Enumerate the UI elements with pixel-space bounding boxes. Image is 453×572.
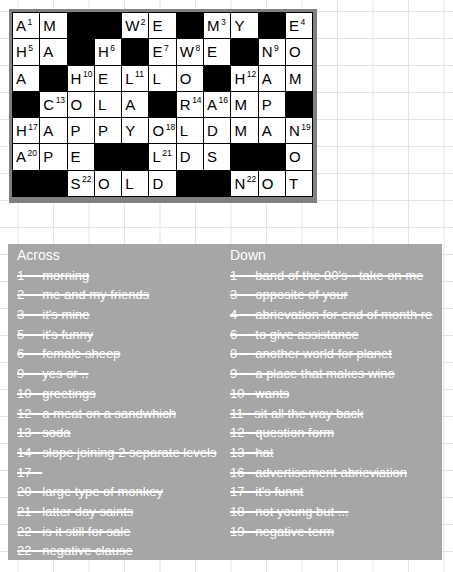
- cell-r6c3[interactable]: E: [68, 144, 94, 169]
- cell-letter: P: [262, 96, 272, 113]
- cell-r2c8[interactable]: E: [204, 39, 230, 64]
- cell-r1c1[interactable]: A1: [13, 13, 39, 38]
- across-clue: 10 greetings: [17, 384, 229, 404]
- across-heading: Across: [17, 246, 229, 266]
- cell-letter: D: [180, 148, 191, 165]
- down-clue: 17 it's funnt: [230, 482, 442, 502]
- cell-number: 3: [221, 17, 226, 27]
- cell-r5c7[interactable]: L: [177, 118, 203, 143]
- cell-number: 14: [192, 95, 201, 105]
- cell-r6c9: [231, 144, 257, 169]
- cell-r4c7[interactable]: R14: [177, 92, 203, 117]
- cell-r5c2[interactable]: A: [40, 118, 66, 143]
- cell-letter: M: [207, 17, 220, 34]
- cell-r4c4[interactable]: L: [95, 92, 121, 117]
- cell-r3c9[interactable]: H12: [231, 66, 257, 91]
- cell-letter: D: [207, 122, 218, 139]
- across-clue: 5 it's funny: [17, 325, 229, 345]
- cell-letter: N: [262, 43, 273, 60]
- cell-number: 21: [162, 148, 171, 158]
- down-clue: 8 another world for planet: [230, 344, 442, 364]
- cell-r6c7[interactable]: D: [177, 144, 203, 169]
- cell-r2c4[interactable]: H6: [95, 39, 121, 64]
- cell-letter: S: [207, 148, 217, 165]
- across-clue: 22 is it still for sale: [17, 522, 229, 542]
- cell-r2c1[interactable]: H5: [13, 39, 39, 64]
- cell-number: 12: [247, 69, 256, 79]
- cell-r5c5[interactable]: Y: [122, 118, 148, 143]
- cell-r7c11[interactable]: T: [286, 171, 312, 196]
- across-clue: 20 large type of monkey: [17, 482, 229, 502]
- across-clue: 13 soda: [17, 423, 229, 443]
- cell-number: 10: [83, 69, 92, 79]
- cell-r6c1[interactable]: A20: [13, 144, 39, 169]
- cell-r1c3: [68, 13, 94, 38]
- cell-letter: A: [43, 122, 53, 139]
- cell-r2c3: [68, 39, 94, 64]
- across-clues-column: Across 1 morning2 me and my friends3 it'…: [17, 246, 229, 560]
- cell-letter: A: [16, 148, 26, 165]
- cell-letter: O: [262, 175, 274, 192]
- cell-r6c8[interactable]: S: [204, 144, 230, 169]
- cell-r2c10[interactable]: N9: [259, 39, 285, 64]
- cell-r4c2[interactable]: C13: [40, 92, 66, 117]
- cell-letter: A: [43, 43, 53, 60]
- cell-r3c2: [40, 66, 66, 91]
- cell-r2c11[interactable]: O: [286, 39, 312, 64]
- cell-letter: O: [289, 148, 301, 165]
- cell-letter: P: [98, 122, 108, 139]
- cell-letter: E: [207, 43, 217, 60]
- cell-r7c3[interactable]: S22: [68, 171, 94, 196]
- cell-number: 1: [28, 17, 33, 27]
- cell-r5c10[interactable]: A: [259, 118, 285, 143]
- cell-r1c9[interactable]: Y: [231, 13, 257, 38]
- across-clue: 14 slope joining 2 separate levels: [17, 443, 229, 463]
- cell-letter: E: [152, 17, 162, 34]
- cell-r1c8[interactable]: M3: [204, 13, 230, 38]
- cell-r3c7[interactable]: O: [177, 66, 203, 91]
- down-clue: 3 opposite of your: [230, 285, 442, 305]
- cell-r3c4[interactable]: E: [95, 66, 121, 91]
- down-clue: 6 to give assistance: [230, 325, 442, 345]
- cell-letter: M: [234, 96, 247, 113]
- cell-letter: O: [71, 96, 83, 113]
- cell-letter: P: [71, 122, 81, 139]
- cell-letter: D: [152, 175, 163, 192]
- cell-letter: L: [180, 122, 188, 139]
- cell-letter: H: [16, 43, 27, 60]
- cell-letter: T: [289, 175, 298, 192]
- cell-letter: E: [98, 70, 108, 87]
- down-clue: 1 band of the 80's - take on me: [230, 266, 442, 286]
- cell-letter: N: [234, 175, 245, 192]
- cell-letter: S: [71, 175, 81, 192]
- cell-r7c2: [40, 171, 66, 196]
- cell-number: 2: [141, 17, 146, 27]
- down-clue: 13 hat: [230, 443, 442, 463]
- cell-r4c10[interactable]: P: [259, 92, 285, 117]
- cell-number: 22: [82, 174, 91, 184]
- down-clue: 10 wants: [230, 384, 442, 404]
- cell-r5c9[interactable]: M: [231, 118, 257, 143]
- cell-r1c7: [177, 13, 203, 38]
- cell-letter: H: [234, 70, 245, 87]
- cell-number: 13: [56, 95, 65, 105]
- cell-letter: A: [16, 70, 26, 87]
- cell-r4c9[interactable]: M: [231, 92, 257, 117]
- cell-r1c11[interactable]: E4: [286, 13, 312, 38]
- cell-letter: W: [180, 43, 194, 60]
- across-clue-list: 1 morning2 me and my friends3 it's mine5…: [17, 266, 229, 560]
- cell-letter: R: [180, 96, 191, 113]
- cell-r1c6[interactable]: E: [149, 13, 175, 38]
- down-clue-list: 1 band of the 80's - take on me3 opposit…: [230, 266, 442, 542]
- cell-r3c3[interactable]: H10: [68, 66, 94, 91]
- cell-r7c5[interactable]: L: [122, 171, 148, 196]
- cell-r1c2[interactable]: M: [40, 13, 66, 38]
- cell-number: 19: [301, 122, 310, 132]
- cell-letter: O: [152, 122, 164, 139]
- cell-letter: H: [98, 43, 109, 60]
- cell-r3c5[interactable]: L11: [122, 66, 148, 91]
- cell-letter: L: [125, 70, 133, 87]
- cell-letter: A: [125, 96, 135, 113]
- cell-r7c1: [13, 171, 39, 196]
- cell-r2c5: [122, 39, 148, 64]
- across-clue: 2 me and my friends: [17, 285, 229, 305]
- down-clues-column: Down 1 band of the 80's - take on me3 op…: [230, 246, 442, 541]
- cell-r6c6[interactable]: L21: [149, 144, 175, 169]
- down-clue: 12 question form: [230, 423, 442, 443]
- cell-number: 18: [166, 122, 175, 132]
- cell-number: 17: [28, 122, 37, 132]
- cell-r4c11: [286, 92, 312, 117]
- worksheet-background: A1MW2EM3YE4H5AH6E7W8EN9OAH10EL11LOH12AMC…: [0, 0, 453, 572]
- cell-r7c10[interactable]: O: [259, 171, 285, 196]
- across-clue: 22 negative clause: [17, 541, 229, 560]
- across-clue: 9 yes or ..: [17, 364, 229, 384]
- cell-number: 8: [195, 43, 200, 53]
- down-clue: 9 a place that makes wine: [230, 364, 442, 384]
- across-clue: 21 latter day saints: [17, 502, 229, 522]
- cell-letter: H: [71, 70, 82, 87]
- cell-letter: E: [289, 17, 299, 34]
- down-clue: 16 advertisement abrieviation: [230, 463, 442, 483]
- cell-r5c1[interactable]: H17: [13, 118, 39, 143]
- cell-number: 16: [219, 95, 228, 105]
- cell-r2c6[interactable]: E7: [149, 39, 175, 64]
- cell-r6c4: [95, 144, 121, 169]
- cell-r2c7[interactable]: W8: [177, 39, 203, 64]
- cell-letter: A: [207, 96, 217, 113]
- crossword-board-frame: A1MW2EM3YE4H5AH6E7W8EN9OAH10EL11LOH12AMC…: [9, 9, 317, 203]
- cell-letter: A: [262, 122, 272, 139]
- cell-r7c9[interactable]: N22: [231, 171, 257, 196]
- down-clue: 18 not young but ...: [230, 502, 442, 522]
- cell-r4c3[interactable]: O: [68, 92, 94, 117]
- cell-letter: Y: [125, 122, 135, 139]
- cell-letter: N: [289, 122, 300, 139]
- cell-r3c8: [204, 66, 230, 91]
- cell-r1c10: [259, 13, 285, 38]
- down-clue: 4 abrievation for end of month re: [230, 305, 442, 325]
- cell-r7c7: [177, 171, 203, 196]
- cell-number: 7: [164, 43, 169, 53]
- cell-number: 20: [28, 148, 37, 158]
- cell-letter: M: [234, 122, 247, 139]
- cell-r4c8[interactable]: A16: [204, 92, 230, 117]
- cell-r4c1: [13, 92, 39, 117]
- cell-r4c6: [149, 92, 175, 117]
- cell-r6c11[interactable]: O: [286, 144, 312, 169]
- cell-r3c6[interactable]: L: [149, 66, 175, 91]
- down-clue: 19 negative term: [230, 522, 442, 542]
- cell-letter: E: [71, 148, 81, 165]
- cell-r7c6[interactable]: D: [149, 171, 175, 196]
- cell-letter: L: [152, 148, 160, 165]
- cell-letter: E: [152, 43, 162, 60]
- cell-r7c4[interactable]: O: [95, 171, 121, 196]
- across-clue: 1 morning: [17, 266, 229, 286]
- cell-r5c6[interactable]: O18: [149, 118, 175, 143]
- cell-r6c5: [122, 144, 148, 169]
- cell-r6c2[interactable]: P: [40, 144, 66, 169]
- cell-letter: O: [98, 175, 110, 192]
- cell-number: 22: [247, 174, 256, 184]
- cell-r2c2[interactable]: A: [40, 39, 66, 64]
- cell-letter: O: [180, 70, 192, 87]
- cell-number: 4: [300, 17, 305, 27]
- cell-letter: H: [16, 122, 27, 139]
- cell-letter: M: [43, 17, 56, 34]
- crossword-grid: A1MW2EM3YE4H5AH6E7W8EN9OAH10EL11LOH12AMC…: [12, 12, 313, 197]
- cell-r1c4: [95, 13, 121, 38]
- cell-letter: A: [16, 17, 26, 34]
- cell-r3c1[interactable]: A: [13, 66, 39, 91]
- cell-letter: P: [43, 148, 53, 165]
- cell-r3c10[interactable]: A: [259, 66, 285, 91]
- cell-r7c8: [204, 171, 230, 196]
- across-clue: 3 it's mine: [17, 305, 229, 325]
- cell-letter: A: [262, 70, 272, 87]
- cell-number: 9: [274, 43, 279, 53]
- cell-letter: O: [289, 43, 301, 60]
- cell-r2c9: [231, 39, 257, 64]
- across-clue: 6 female sheep: [17, 344, 229, 364]
- cell-letter: W: [125, 17, 139, 34]
- cell-letter: L: [125, 175, 133, 192]
- cell-letter: L: [98, 96, 106, 113]
- down-heading: Down: [230, 246, 442, 266]
- cell-number: 6: [110, 43, 115, 53]
- cell-r5c11[interactable]: N19: [286, 118, 312, 143]
- cell-number: 5: [28, 43, 33, 53]
- across-clue: 12 a meat on a sandwhich: [17, 404, 229, 424]
- cell-r5c3[interactable]: P: [68, 118, 94, 143]
- cell-letter: L: [152, 70, 160, 87]
- cell-number: 11: [135, 69, 144, 79]
- clues-panel: Across 1 morning2 me and my friends3 it'…: [8, 244, 442, 560]
- cell-r5c8[interactable]: D: [204, 118, 230, 143]
- cell-r6c10: [259, 144, 285, 169]
- cell-r5c4[interactable]: P: [95, 118, 121, 143]
- cell-letter: Y: [234, 17, 244, 34]
- down-clue: 11 sit all the way back: [230, 404, 442, 424]
- across-clue: 17: [17, 463, 229, 483]
- cell-r4c5[interactable]: A: [122, 92, 148, 117]
- cell-r1c5[interactable]: W2: [122, 13, 148, 38]
- cell-letter: C: [43, 96, 54, 113]
- cell-r3c11[interactable]: M: [286, 66, 312, 91]
- cell-letter: M: [289, 70, 302, 87]
